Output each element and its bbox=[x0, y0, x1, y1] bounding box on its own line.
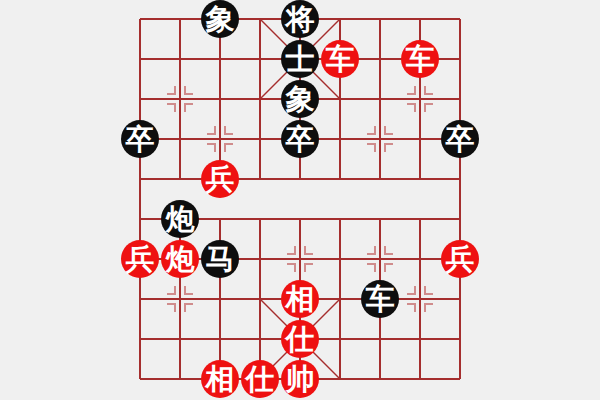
piece-red-advisor[interactable]: 仕 bbox=[241, 360, 279, 398]
piece-black-pawn[interactable]: 卒 bbox=[441, 120, 479, 158]
piece-black-pawn[interactable]: 卒 bbox=[281, 120, 319, 158]
piece-black-advisor[interactable]: 士 bbox=[281, 40, 319, 78]
piece-red-elephant[interactable]: 相 bbox=[201, 360, 239, 398]
piece-black-general[interactable]: 将 bbox=[281, 0, 319, 38]
piece-black-pawn[interactable]: 卒 bbox=[121, 120, 159, 158]
xiangqi-board: 象将士车车象卒卒卒兵炮兵炮马兵相车仕相仕帅 bbox=[0, 0, 600, 400]
piece-red-cannon[interactable]: 炮 bbox=[161, 240, 199, 278]
piece-red-pawn[interactable]: 兵 bbox=[441, 240, 479, 278]
piece-red-pawn[interactable]: 兵 bbox=[121, 240, 159, 278]
piece-red-advisor[interactable]: 仕 bbox=[281, 320, 319, 358]
piece-red-general[interactable]: 帅 bbox=[281, 360, 319, 398]
piece-black-elephant[interactable]: 象 bbox=[201, 0, 239, 38]
piece-black-horse[interactable]: 马 bbox=[201, 240, 239, 278]
piece-red-pawn[interactable]: 兵 bbox=[201, 160, 239, 198]
piece-red-elephant[interactable]: 相 bbox=[281, 280, 319, 318]
pieces-grid: 象将士车车象卒卒卒兵炮兵炮马兵相车仕相仕帅 bbox=[120, 0, 480, 399]
piece-red-chariot[interactable]: 车 bbox=[321, 40, 359, 78]
piece-black-cannon[interactable]: 炮 bbox=[161, 200, 199, 238]
piece-black-elephant[interactable]: 象 bbox=[281, 80, 319, 118]
piece-red-chariot[interactable]: 车 bbox=[401, 40, 439, 78]
piece-black-chariot[interactable]: 车 bbox=[361, 280, 399, 318]
